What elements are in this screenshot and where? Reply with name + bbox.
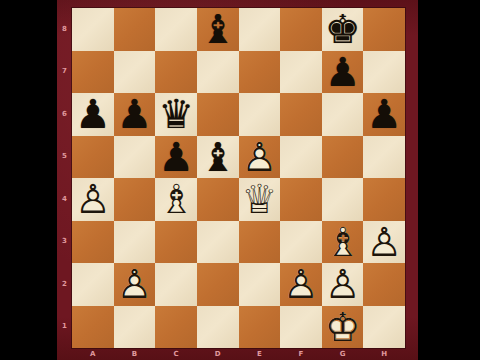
rank-label-8: 8: [57, 8, 72, 51]
rank-label-3: 3: [57, 221, 72, 264]
square-e7: [239, 51, 281, 94]
square-b3: [114, 221, 156, 264]
square-f7: [280, 51, 322, 94]
file-label-b: B: [114, 348, 156, 360]
piece-outline: ♕: [239, 178, 281, 221]
square-d5: ♝: [197, 136, 239, 179]
file-labels: ABCDEFGH: [72, 348, 405, 360]
black-pawn-c5: ♟: [155, 136, 197, 179]
square-c7: [155, 51, 197, 94]
square-e5: ♟♙: [239, 136, 281, 179]
rank-label-2: 2: [57, 263, 72, 306]
white-pawn-f2: ♟♙: [280, 263, 322, 306]
piece-outline: ♙: [363, 221, 405, 264]
square-c4: ♝♗: [155, 178, 197, 221]
square-g1: ♚♔: [322, 306, 364, 349]
piece-glyph: ♟: [155, 136, 197, 179]
square-g2: ♟♙: [322, 263, 364, 306]
chess-board-frame: 87654321 ABCDEFGH ♝♚♟♟♟♛♟♟♝♟♙♟♙♝♗♛♕♝♗♟♙♟…: [57, 0, 418, 360]
white-pawn-g2: ♟♙: [322, 263, 364, 306]
piece-outline: ♙: [280, 263, 322, 306]
square-d4: [197, 178, 239, 221]
square-g3: ♝♗: [322, 221, 364, 264]
letterbox-left: [0, 0, 57, 360]
square-h8: [363, 8, 405, 51]
piece-glyph: ♟: [322, 51, 364, 94]
square-b8: [114, 8, 156, 51]
square-e2: [239, 263, 281, 306]
file-label-h: H: [363, 348, 405, 360]
file-label-g: G: [322, 348, 364, 360]
black-queen-c6: ♛: [155, 93, 197, 136]
square-c8: [155, 8, 197, 51]
square-b4: [114, 178, 156, 221]
piece-outline: ♙: [322, 263, 364, 306]
piece-outline: ♙: [72, 178, 114, 221]
piece-outline: ♔: [322, 306, 364, 349]
square-d8: ♝: [197, 8, 239, 51]
square-a2: [72, 263, 114, 306]
square-e4: ♛♕: [239, 178, 281, 221]
square-f1: [280, 306, 322, 349]
square-f3: [280, 221, 322, 264]
rank-label-6: 6: [57, 93, 72, 136]
file-label-c: C: [155, 348, 197, 360]
file-label-d: D: [197, 348, 239, 360]
square-e6: [239, 93, 281, 136]
square-b2: ♟♙: [114, 263, 156, 306]
black-bishop-d5: ♝: [197, 136, 239, 179]
chess-board: ♝♚♟♟♟♛♟♟♝♟♙♟♙♝♗♛♕♝♗♟♙♟♙♟♙♟♙♚♔: [72, 8, 405, 348]
square-e8: [239, 8, 281, 51]
square-a1: [72, 306, 114, 349]
square-a7: [72, 51, 114, 94]
square-d7: [197, 51, 239, 94]
piece-glyph: ♝: [197, 136, 239, 179]
square-b6: ♟: [114, 93, 156, 136]
square-b7: [114, 51, 156, 94]
square-c1: [155, 306, 197, 349]
square-c5: ♟: [155, 136, 197, 179]
white-bishop-g3: ♝♗: [322, 221, 364, 264]
square-d6: [197, 93, 239, 136]
rank-labels: 87654321: [57, 8, 72, 348]
file-label-a: A: [72, 348, 114, 360]
black-king-g8: ♚: [322, 8, 364, 51]
square-h1: [363, 306, 405, 349]
white-king-g1: ♚♔: [322, 306, 364, 349]
square-h4: [363, 178, 405, 221]
square-h3: ♟♙: [363, 221, 405, 264]
square-c3: [155, 221, 197, 264]
file-label-e: E: [239, 348, 281, 360]
white-queen-e4: ♛♕: [239, 178, 281, 221]
square-g4: [322, 178, 364, 221]
square-h7: [363, 51, 405, 94]
black-bishop-d8: ♝: [197, 8, 239, 51]
piece-glyph: ♝: [197, 8, 239, 51]
black-pawn-h6: ♟: [363, 93, 405, 136]
white-pawn-h3: ♟♙: [363, 221, 405, 264]
square-h6: ♟: [363, 93, 405, 136]
white-pawn-e5: ♟♙: [239, 136, 281, 179]
letterbox-right: [418, 0, 480, 360]
square-f2: ♟♙: [280, 263, 322, 306]
square-c2: [155, 263, 197, 306]
rank-label-4: 4: [57, 178, 72, 221]
white-pawn-b2: ♟♙: [114, 263, 156, 306]
square-g7: ♟: [322, 51, 364, 94]
white-bishop-c4: ♝♗: [155, 178, 197, 221]
square-b1: [114, 306, 156, 349]
black-pawn-b6: ♟: [114, 93, 156, 136]
video-frame: 87654321 ABCDEFGH ♝♚♟♟♟♛♟♟♝♟♙♟♙♝♗♛♕♝♗♟♙♟…: [0, 0, 480, 360]
piece-outline: ♗: [322, 221, 364, 264]
square-h2: [363, 263, 405, 306]
rank-label-5: 5: [57, 136, 72, 179]
square-d2: [197, 263, 239, 306]
piece-glyph: ♟: [114, 93, 156, 136]
square-e3: [239, 221, 281, 264]
file-label-f: F: [280, 348, 322, 360]
square-a5: [72, 136, 114, 179]
square-f8: [280, 8, 322, 51]
white-pawn-a4: ♟♙: [72, 178, 114, 221]
square-h5: [363, 136, 405, 179]
piece-outline: ♙: [114, 263, 156, 306]
black-pawn-g7: ♟: [322, 51, 364, 94]
square-a3: [72, 221, 114, 264]
black-pawn-a6: ♟: [72, 93, 114, 136]
piece-outline: ♗: [155, 178, 197, 221]
piece-glyph: ♚: [322, 8, 364, 51]
square-g8: ♚: [322, 8, 364, 51]
square-f5: [280, 136, 322, 179]
square-g6: [322, 93, 364, 136]
rank-label-1: 1: [57, 306, 72, 349]
square-c6: ♛: [155, 93, 197, 136]
square-f6: [280, 93, 322, 136]
square-b5: [114, 136, 156, 179]
rank-label-7: 7: [57, 51, 72, 94]
square-f4: [280, 178, 322, 221]
square-d3: [197, 221, 239, 264]
square-e1: [239, 306, 281, 349]
square-a8: [72, 8, 114, 51]
square-a6: ♟: [72, 93, 114, 136]
square-g5: [322, 136, 364, 179]
piece-glyph: ♟: [72, 93, 114, 136]
piece-glyph: ♛: [155, 93, 197, 136]
piece-glyph: ♟: [363, 93, 405, 136]
square-a4: ♟♙: [72, 178, 114, 221]
square-d1: [197, 306, 239, 349]
piece-outline: ♙: [239, 136, 281, 179]
